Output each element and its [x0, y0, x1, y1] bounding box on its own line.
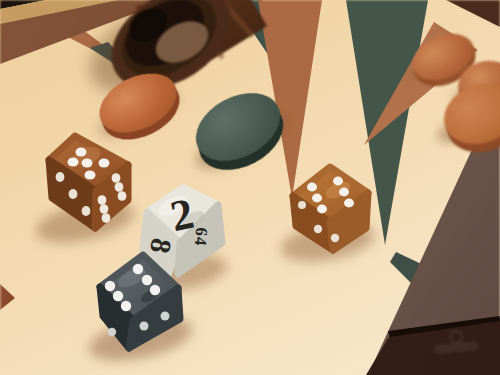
die-grey[interactable]: [92, 248, 192, 353]
backgammon-photo: 2 8 64: [0, 0, 500, 375]
die-faces: [293, 167, 368, 250]
die-brown-left[interactable]: [42, 128, 138, 234]
embossed-logo-text-smudge: [434, 341, 479, 355]
cube-value-64: 64: [191, 227, 212, 248]
dice-cup[interactable]: [85, 0, 295, 92]
die-amber-right[interactable]: [288, 162, 380, 257]
